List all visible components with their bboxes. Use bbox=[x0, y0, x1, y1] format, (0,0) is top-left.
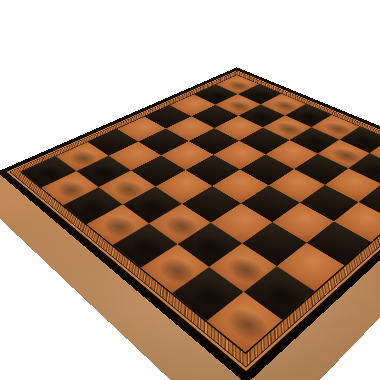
chess-set-photo: ♜♞♝♚♛♝♞♜♟♟♟♟♟♟♟♟♟♟♟♟♟♟♟♟♜♞♝♚♛♝♞♜ bbox=[0, 0, 380, 380]
board-outer-edge: ♜♞♝♚♛♝♞♜♟♟♟♟♟♟♟♟♟♟♟♟♟♟♟♟♜♞♝♚♛♝♞♜ bbox=[0, 67, 380, 380]
white-rook-glyph: ♜ bbox=[201, 241, 284, 329]
black-pawn-glyph: ♟ bbox=[365, 100, 380, 191]
tooled-leather-border: ♜♞♝♚♛♝♞♜♟♟♟♟♟♟♟♟♟♟♟♟♟♟♟♟♜♞♝♚♛♝♞♜ bbox=[5, 70, 380, 374]
square-a1: ♜ bbox=[207, 292, 282, 352]
chess-case-top: ♜♞♝♚♛♝♞♜♟♟♟♟♟♟♟♟♟♟♟♟♟♟♟♟♜♞♝♚♛♝♞♜ bbox=[0, 67, 380, 380]
chess-board-grid: ♜♞♝♚♛♝♞♜♟♟♟♟♟♟♟♟♟♟♟♟♟♟♟♟♜♞♝♚♛♝♞♜ bbox=[20, 75, 380, 355]
